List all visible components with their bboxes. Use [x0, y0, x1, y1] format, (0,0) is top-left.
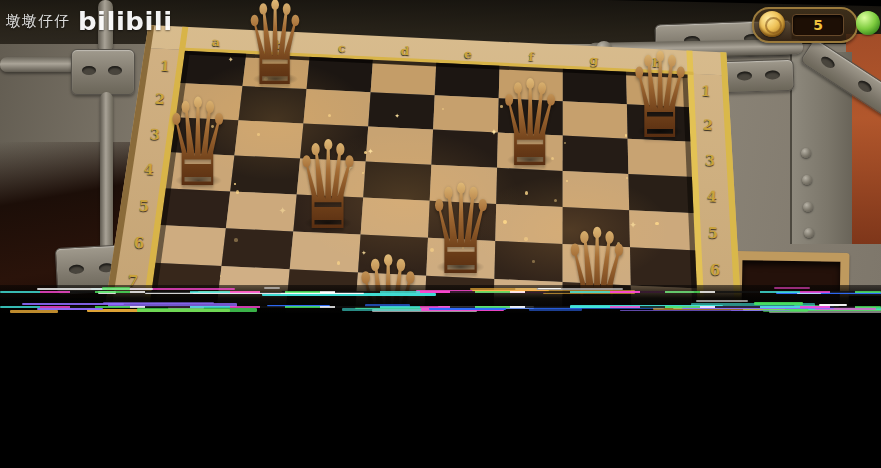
rank-label-left-6: 6: [133, 234, 144, 253]
sparkle: ✦: [279, 206, 287, 216]
file-label-e: e: [464, 47, 473, 61]
sparkle: ✦: [367, 148, 373, 156]
rank-label-left-1: 1: [159, 57, 170, 73]
rank-label-right-5: 5: [708, 223, 719, 242]
rank-label-left-3: 3: [149, 125, 160, 143]
glitch-line: [529, 308, 582, 311]
glitch-line: [774, 287, 810, 289]
glitch-line: [102, 287, 130, 289]
glitch-line: [0, 306, 881, 308]
uploader-name: 墩墩仔仔: [6, 12, 70, 31]
wooden-queen-f3[interactable]: ♛: [497, 65, 563, 184]
wooden-queen-e6[interactable]: ♛: [426, 168, 495, 292]
glitch-line: [10, 310, 58, 313]
file-label-c: c: [338, 41, 347, 55]
gold-coin-icon: [759, 11, 785, 37]
glitch-line: [0, 291, 881, 293]
watermark: 墩墩仔仔 bilibili: [6, 6, 173, 36]
rank-label-right-3: 3: [704, 151, 715, 169]
bilibili-logo: bilibili: [78, 7, 173, 36]
sparkle: ✦: [395, 113, 400, 119]
video-glitch-band: [0, 285, 881, 314]
coin-count: 5: [792, 14, 844, 36]
video-frame: 墩墩仔仔 bilibili 5 abcdefgh1122334455667788…: [0, 0, 881, 468]
metal-bracket-plate: [71, 49, 135, 95]
rank-label-left-4: 4: [144, 161, 155, 179]
rank-label-right-6: 6: [710, 261, 721, 280]
rivet-icon: [801, 148, 811, 158]
sparkle: [524, 237, 528, 241]
file-label-d: d: [400, 44, 410, 58]
metal-bar: [0, 57, 76, 72]
sparkle: [364, 151, 367, 154]
sparkle: [257, 133, 260, 136]
wooden-queen-a4[interactable]: ♛: [165, 83, 232, 204]
sparkle: [655, 222, 658, 225]
sparkle: [234, 183, 236, 185]
sparkle: [337, 261, 340, 264]
wooden-queen-h2[interactable]: ♛: [627, 37, 693, 155]
rank-label-right-4: 4: [706, 187, 717, 205]
sparkle: [554, 199, 557, 202]
coin-counter: 5: [752, 7, 858, 43]
rivet-icon: [804, 228, 814, 238]
sparkle: [564, 142, 566, 144]
rivet-icon: [802, 175, 812, 185]
glitch-line: [37, 288, 153, 290]
rivet-icon: [803, 202, 813, 212]
glitch-line: [264, 287, 280, 289]
wooden-queen-b1[interactable]: ♛: [243, 0, 307, 102]
rank-label-right-1: 1: [701, 83, 712, 99]
letterbox-black: [0, 313, 881, 468]
rank-label-right-2: 2: [703, 117, 714, 133]
sparkle: [532, 260, 535, 263]
metal-rod: [100, 92, 113, 252]
glitch-line: [754, 302, 803, 305]
file-label-a: a: [211, 35, 220, 49]
wooden-queen-c5[interactable]: ♛: [294, 126, 362, 248]
file-label-g: g: [589, 53, 599, 67]
glitch-line: [696, 300, 748, 302]
glitch-line: [137, 308, 257, 311]
rank-label-left-5: 5: [139, 196, 150, 215]
sparkle: ✦: [228, 56, 234, 63]
metal-bracket-plate: [721, 59, 794, 93]
green-orb-icon: [856, 11, 880, 35]
